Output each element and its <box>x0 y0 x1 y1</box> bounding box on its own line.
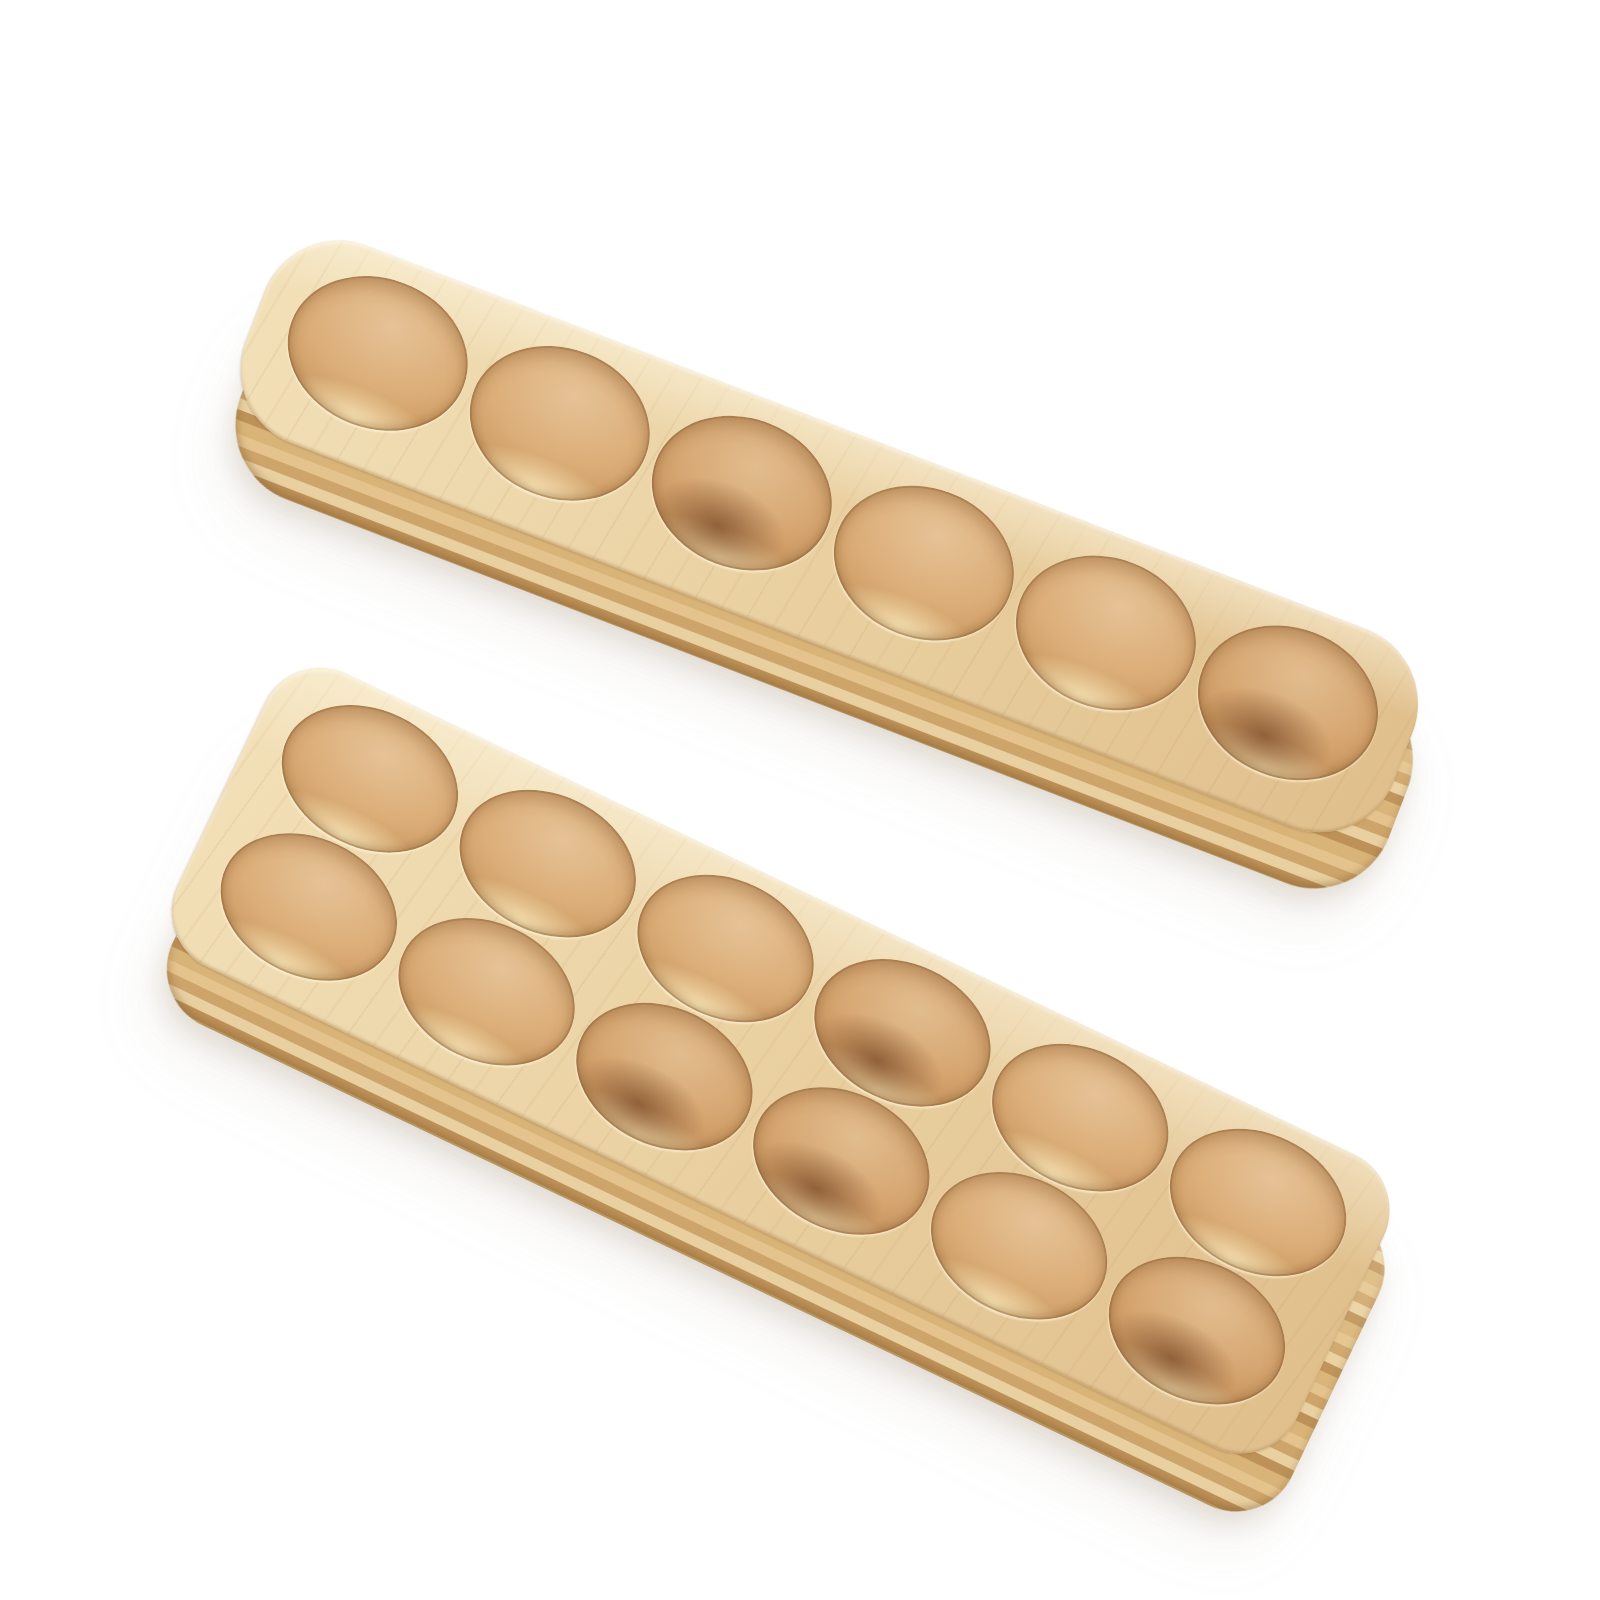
six-pit-tray-pit-r1c2[interactable] <box>447 320 673 526</box>
six-pit-tray-pit-r1c1[interactable] <box>265 250 491 456</box>
six-pit-board <box>293 217 1523 429</box>
six-pit-tray-pit-r1c4[interactable] <box>811 460 1037 666</box>
six-pit-tray-pit-r1c3[interactable] <box>629 390 855 596</box>
twelve-pit-board <box>291 647 1531 972</box>
product-photo-scene <box>0 0 1600 1600</box>
